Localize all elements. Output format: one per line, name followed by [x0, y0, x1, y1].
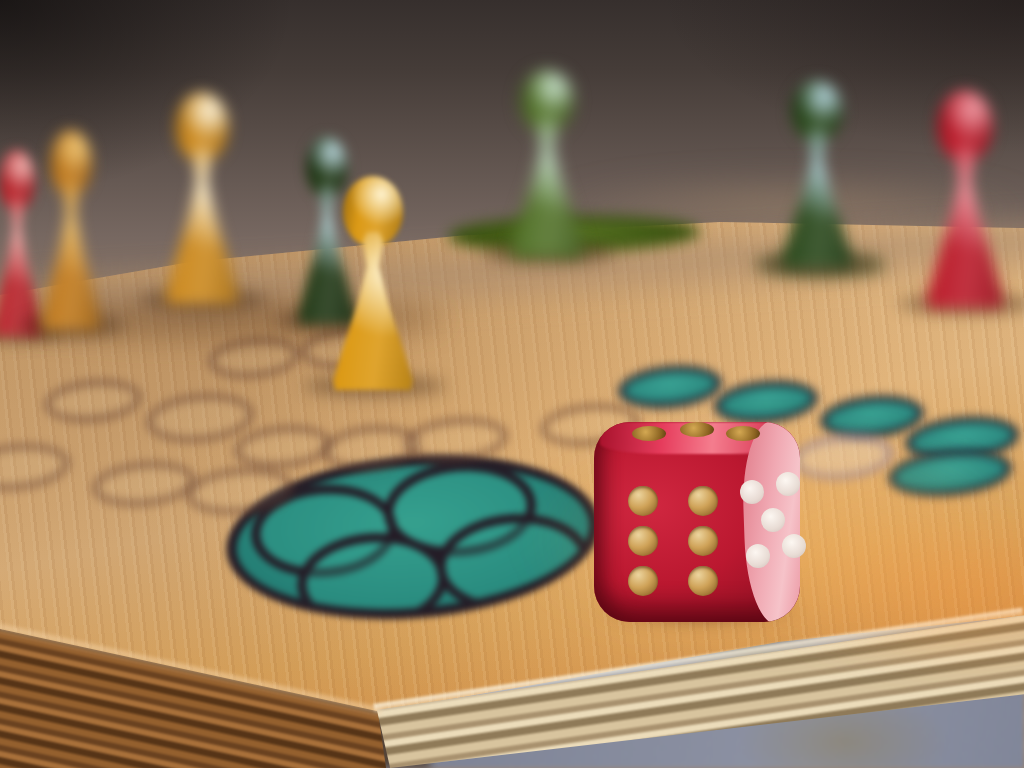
yellow-pawn-left-body — [34, 182, 108, 330]
yellow-pawn-mid-left-body — [156, 147, 248, 304]
green-pawn-on-green-home-body — [500, 119, 594, 258]
die-pip-front — [688, 566, 718, 596]
yellow-pawn-center-front[interactable] — [322, 176, 424, 390]
die-pip-right — [782, 534, 806, 558]
ludo-photo-scene — [0, 0, 1024, 768]
die-pip-top — [680, 422, 714, 437]
pieces-layer — [0, 0, 1024, 768]
red-die[interactable] — [594, 422, 800, 622]
die-pip-front — [688, 486, 718, 516]
yellow-pawn-mid-left[interactable] — [156, 92, 248, 304]
die-pip-right — [746, 544, 770, 568]
die-pip-top — [632, 426, 666, 441]
die-pip-front — [688, 526, 718, 556]
die-pip-top — [726, 426, 760, 441]
die-pip-front — [628, 526, 658, 556]
die-pip-right — [776, 472, 800, 496]
die-pip-front — [628, 566, 658, 596]
green-pawn-right-body — [772, 129, 862, 268]
die-pip-front — [628, 486, 658, 516]
red-pawn-right[interactable] — [916, 90, 1014, 308]
yellow-pawn-center-front-body — [322, 232, 424, 390]
red-pawn-right-body — [916, 147, 1014, 308]
die-pip-right — [761, 508, 785, 532]
green-pawn-right[interactable] — [772, 80, 862, 268]
die-pip-right — [740, 480, 764, 504]
yellow-pawn-left[interactable] — [34, 130, 108, 330]
green-pawn-on-green-home[interactable] — [500, 70, 594, 258]
